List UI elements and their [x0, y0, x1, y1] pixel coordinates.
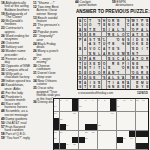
- grid-cell[interactable]: [72, 131, 78, 137]
- grid-cell: T: [145, 46, 149, 50]
- grid-cell[interactable]: [91, 105, 97, 111]
- grid-cell[interactable]: [104, 131, 110, 137]
- cell-letter: A: [102, 46, 106, 50]
- grid-cell: 15T: [97, 22, 101, 26]
- grid-cell: A: [102, 46, 106, 50]
- grid-cell[interactable]: [60, 105, 66, 111]
- grid-cell: S: [145, 32, 149, 36]
- cell-letter: A: [140, 27, 144, 31]
- cell-number: 28: [85, 137, 87, 139]
- grid-cell: R: [140, 70, 144, 74]
- grid-cell[interactable]: [104, 124, 110, 130]
- clue-number: 20: [1, 19, 6, 23]
- website-url: crosswordsoftheday.com: [78, 91, 137, 94]
- cell-number: 21: [66, 124, 68, 126]
- black-cell: [97, 32, 101, 36]
- clue-number: 44: [75, 0, 80, 3]
- grid-cell[interactable]: [85, 105, 91, 111]
- clue: 40 Kazakhstan, once: Abbr.: [1, 83, 32, 90]
- black-cell: [60, 143, 66, 149]
- cell-letter: R: [116, 22, 120, 26]
- grid-cell: 24C: [126, 32, 130, 36]
- clue-number: 42: [1, 94, 6, 98]
- grid-cell[interactable]: [98, 137, 104, 143]
- grid-cell[interactable]: [136, 124, 142, 130]
- clue: 36 Willy with a chocolate factory: [1, 72, 32, 79]
- black-cell: [102, 56, 106, 60]
- grid-cell: R: [116, 22, 120, 26]
- clue-number: 18: [1, 1, 6, 5]
- answer-heading: ANSWER TO PREVIOUS PUZZLE:: [76, 9, 150, 14]
- cell-letter: E: [116, 51, 120, 55]
- grid-cell[interactable]: 2: [60, 99, 66, 105]
- grid-cell[interactable]: [117, 131, 123, 137]
- cell-letter: N: [145, 75, 149, 79]
- grid-cell[interactable]: [79, 112, 85, 118]
- grid-cell: A: [83, 37, 87, 41]
- grid-cell: A: [102, 51, 106, 55]
- grid-cell[interactable]: [72, 118, 78, 124]
- grid-cell: D: [83, 75, 87, 79]
- grid-cell[interactable]: [136, 105, 142, 111]
- black-cell: [97, 56, 101, 60]
- grid-cell: L: [102, 65, 106, 69]
- cell-letter: C: [126, 32, 130, 36]
- grid-cell[interactable]: 21: [66, 124, 72, 130]
- grid-cell: O: [97, 70, 101, 74]
- grid-cell[interactable]: [60, 137, 66, 143]
- cell-letter: S: [78, 32, 82, 36]
- grid-cell: E: [83, 70, 87, 74]
- puzzle-date: 12/9/15: [137, 91, 148, 94]
- grid-cell: R: [92, 32, 96, 36]
- clue: 18 Alphabetically first of the acting Ba…: [1, 1, 32, 11]
- cell-letter: A: [78, 46, 82, 50]
- grid-cell[interactable]: [104, 112, 110, 118]
- black-cell: [85, 124, 91, 130]
- cell-number: 14: [54, 105, 56, 107]
- clue-number: 31: [33, 71, 38, 75]
- grid-cell[interactable]: [110, 124, 116, 130]
- cell-letter: S: [116, 46, 120, 50]
- cell-number: 30: [130, 137, 132, 139]
- grid-cell[interactable]: [142, 124, 148, 130]
- grid-cell[interactable]: [142, 105, 148, 111]
- cell-letter: O: [88, 22, 92, 26]
- cell-letter: E: [121, 84, 125, 88]
- cell-letter: O: [116, 37, 120, 41]
- black-cell: [142, 143, 148, 149]
- grid-cell: L: [116, 27, 120, 31]
- cell-letter: S: [78, 84, 82, 88]
- black-cell: [142, 131, 148, 137]
- black-cell: [121, 18, 125, 22]
- clue-fragment-down-59: 59 ESPN destinations: [112, 0, 139, 7]
- grid-cell: L: [145, 27, 149, 31]
- grid-cell[interactable]: [98, 112, 104, 118]
- grid-cell: R: [145, 56, 149, 60]
- cell-number: 32: [73, 143, 75, 145]
- cell-letter: L: [102, 65, 106, 69]
- clue: 57 Fruit-flavored hard candies: [1, 125, 32, 132]
- clue-number: 21: [33, 23, 38, 27]
- grid-cell[interactable]: 10: [123, 99, 129, 105]
- grid-cell: L: [116, 32, 120, 36]
- clue: 59 "You hurt?" reply: [1, 136, 32, 139]
- cell-letter: L: [116, 27, 120, 31]
- cell-letter: E: [107, 65, 111, 69]
- clue-number: 23: [1, 26, 6, 30]
- cell-number: 5: [85, 99, 86, 101]
- grid-cell[interactable]: 3: [66, 99, 72, 105]
- grid-cell[interactable]: 19: [110, 112, 116, 118]
- grid-cell: O: [140, 56, 144, 60]
- grid-cell: L: [97, 51, 101, 55]
- cell-number: 25: [85, 131, 87, 133]
- grid-cell[interactable]: [123, 105, 129, 111]
- cell-number: 27: [54, 137, 56, 139]
- cell-letter: L: [116, 32, 120, 36]
- cell-number: 19: [111, 112, 113, 114]
- cell-letter: R: [145, 56, 149, 60]
- grid-cell[interactable]: [117, 118, 123, 124]
- grid-cell: 57A: [121, 75, 125, 79]
- grid-cell[interactable]: [129, 118, 135, 124]
- grid-cell[interactable]: 15: [79, 105, 85, 111]
- grid-cell[interactable]: 26: [91, 131, 97, 137]
- grid-cell: 55E: [78, 75, 82, 79]
- clue-number: 24: [33, 41, 38, 45]
- clue: 20 McDonald's freebies: [1, 19, 32, 26]
- grid-cell: 34S: [116, 46, 120, 50]
- black-cell: [91, 124, 97, 130]
- grid-cell: M: [126, 41, 130, 45]
- grid-cell: E: [121, 84, 125, 88]
- clue-number: 36: [33, 100, 38, 104]
- grid-cell[interactable]: [85, 112, 91, 118]
- grid-cell[interactable]: [123, 124, 129, 130]
- black-cell: [110, 99, 116, 105]
- cell-letter: P: [83, 56, 87, 60]
- grid-cell[interactable]: 12: [136, 99, 142, 105]
- grid-cell: S: [116, 75, 120, 79]
- clue: 48 Scramble, as a secret message: [1, 110, 32, 117]
- cell-number: 20: [60, 118, 62, 120]
- grid-cell[interactable]: [66, 105, 72, 111]
- cell-letter: N: [83, 27, 87, 31]
- grid-cell[interactable]: [98, 131, 104, 137]
- clue-number: 19: [1, 11, 6, 15]
- grid-cell[interactable]: [104, 143, 110, 149]
- grid-cell: T: [135, 51, 139, 55]
- cell-number: 6: [92, 99, 93, 101]
- black-cell: [97, 27, 101, 31]
- grid-cell[interactable]: [79, 131, 85, 137]
- grid-cell: 53T: [116, 70, 120, 74]
- cell-letter: E: [83, 70, 87, 74]
- grid-cell: N: [145, 75, 149, 79]
- clue-number: 43: [1, 102, 6, 106]
- clue-number: 40: [1, 83, 6, 87]
- cell-number: 22: [98, 124, 100, 126]
- cell-letter: T: [83, 84, 87, 88]
- cell-number: 8: [104, 99, 105, 101]
- grid-cell[interactable]: [104, 137, 110, 143]
- grid-cell[interactable]: [117, 124, 123, 130]
- grid-cell: R: [126, 65, 130, 69]
- newspaper-crossword-page: { "game": "crossword", "clues": { "acros…: [0, 0, 150, 150]
- grid-cell[interactable]: 13: [142, 99, 148, 105]
- clue-number: 26: [1, 34, 6, 38]
- cell-letter: R: [140, 70, 144, 74]
- grid-cell[interactable]: [91, 137, 97, 143]
- cell-letter: G: [140, 22, 144, 26]
- grid-cell[interactable]: [129, 112, 135, 118]
- cell-letter: S: [102, 75, 106, 79]
- grid-cell[interactable]: [123, 143, 129, 149]
- grid-cell[interactable]: [85, 118, 91, 124]
- grid-cell: E: [145, 84, 149, 88]
- clue-number: 35: [33, 86, 38, 90]
- grid-cell[interactable]: [129, 124, 135, 130]
- grid-cell: 32S: [121, 41, 125, 45]
- grid-cell[interactable]: 27: [54, 137, 60, 143]
- grid-cell[interactable]: [98, 143, 104, 149]
- grid-cell[interactable]: [91, 112, 97, 118]
- cell-number: 2: [60, 99, 61, 101]
- puzzle-grid: 1234567891011121314151617181920212223242…: [53, 98, 149, 150]
- grid-cell: 37M: [121, 51, 125, 55]
- grid-cell[interactable]: 30: [129, 137, 135, 143]
- cell-letter: L: [145, 27, 149, 31]
- cell-number: 10: [123, 99, 125, 101]
- grid-cell: E: [145, 70, 149, 74]
- grid-cell[interactable]: [66, 131, 72, 137]
- grid-cell[interactable]: [129, 143, 135, 149]
- cell-letter: O: [97, 70, 101, 74]
- grid-cell[interactable]: 32: [72, 143, 78, 149]
- grid-cell: 64S: [78, 84, 82, 88]
- grid-cell: 39S: [78, 56, 82, 60]
- clue: 44 Cockpit panel button: [75, 0, 97, 7]
- grid-cell: 38E: [126, 51, 130, 55]
- grid-cell: N: [83, 65, 87, 69]
- clue: 24 Black Friday deals: [33, 42, 62, 49]
- cell-letter: E: [126, 51, 130, 55]
- grid-cell[interactable]: [129, 105, 135, 111]
- clue: 42 Prankster's favorite month: [1, 95, 32, 102]
- grid-cell: C: [97, 46, 101, 50]
- black-cell: [54, 118, 60, 124]
- grid-cell: 25P: [78, 37, 82, 41]
- grid-cell[interactable]: [104, 105, 110, 111]
- cell-letter: E: [83, 32, 87, 36]
- grid-cell[interactable]: [79, 143, 85, 149]
- grid-cell: 50Y: [145, 65, 149, 69]
- grid-cell[interactable]: 14: [54, 105, 60, 111]
- clue: 27 "... worst enemy": [33, 57, 62, 64]
- grid-cell: E: [116, 51, 120, 55]
- grid-cell[interactable]: [136, 137, 142, 143]
- cell-letter: E: [116, 61, 120, 65]
- clue: 59 ESPN destinations: [112, 0, 139, 7]
- clue: 26 Many a punch line: [33, 49, 62, 56]
- cell-number: 13: [142, 99, 144, 101]
- cell-number: 18: [73, 112, 75, 114]
- cell-letter: O: [140, 56, 144, 60]
- clue-number: 30: [33, 64, 38, 68]
- grid-cell: E: [92, 75, 96, 79]
- black-cell: [126, 70, 130, 74]
- cell-letter: O: [121, 65, 125, 69]
- grid-cell[interactable]: [136, 112, 142, 118]
- grid-cell: R: [126, 84, 130, 88]
- grid-cell[interactable]: [142, 137, 148, 143]
- clue: 13 Beach sandal feature: [33, 16, 62, 23]
- grid-cell: 47E: [107, 65, 111, 69]
- cell-number: 23: [54, 131, 56, 133]
- grid-cell[interactable]: 20: [60, 118, 66, 124]
- grid-cell[interactable]: 6: [91, 99, 97, 105]
- grid-cell: D: [97, 84, 101, 88]
- cell-letter: A: [121, 56, 125, 60]
- cell-number: 4: [79, 99, 80, 101]
- cell-letter: E: [78, 75, 82, 79]
- grid-cell: 16C: [126, 22, 130, 26]
- grid-cell: N: [83, 27, 87, 31]
- grid-cell[interactable]: [117, 112, 123, 118]
- grid-cell[interactable]: 31: [66, 143, 72, 149]
- grid-cell[interactable]: 18: [72, 112, 78, 118]
- grid-cell: R: [92, 56, 96, 60]
- grid-cell: A: [140, 27, 144, 31]
- grid-cell[interactable]: [110, 118, 116, 124]
- answer-grid: 1A2C3T4S5H6O7R8E9S10W11I12P13E14LOO15TEN…: [77, 17, 150, 90]
- grid-cell[interactable]: [79, 118, 85, 124]
- grid-cell[interactable]: [72, 124, 78, 130]
- cell-letter: D: [83, 75, 87, 79]
- grid-cell[interactable]: [117, 143, 123, 149]
- grid-cell[interactable]: 5: [85, 99, 91, 105]
- grid-cell[interactable]: [136, 118, 142, 124]
- grid-cell[interactable]: [142, 118, 148, 124]
- clue-number: 48: [1, 109, 6, 113]
- cell-letter: L: [126, 56, 130, 60]
- grid-cell: 28O: [116, 37, 120, 41]
- cell-letter: Y: [145, 65, 149, 69]
- grid-cell: O: [121, 32, 125, 36]
- grid-cell: T: [97, 65, 101, 69]
- black-cell: [60, 124, 66, 130]
- cell-letter: T: [116, 70, 120, 74]
- grid-cell[interactable]: [142, 112, 148, 118]
- grid-cell[interactable]: [123, 118, 129, 124]
- black-cell: [126, 75, 130, 79]
- grid-cell[interactable]: [79, 124, 85, 130]
- grid-cell[interactable]: 24: [60, 131, 66, 137]
- grid-cell: A: [121, 56, 125, 60]
- cell-letter: E: [92, 75, 96, 79]
- grid-cell: 48O: [121, 65, 125, 69]
- grid-cell[interactable]: [104, 118, 110, 124]
- cell-letter: D: [97, 84, 101, 88]
- grid-cell[interactable]: [110, 131, 116, 137]
- clue-number: 12: [33, 4, 38, 8]
- grid-cell[interactable]: [123, 112, 129, 118]
- clue: 34 New Orleans cuisine: [33, 79, 62, 86]
- cell-letter: T: [97, 65, 101, 69]
- grid-cell[interactable]: [85, 143, 91, 149]
- grid-cell[interactable]: 8: [104, 99, 110, 105]
- cell-letter: R: [92, 56, 96, 60]
- cell-letter: M: [121, 51, 125, 55]
- cell-number: 26: [92, 131, 94, 133]
- black-cell: [54, 143, 60, 149]
- cell-letter: P: [78, 37, 82, 41]
- grid-cell: 19D: [102, 27, 106, 31]
- cell-number: 17: [54, 112, 56, 114]
- cell-number: 15: [79, 105, 81, 107]
- site-line: crosswordsoftheday.com 12/9/15: [78, 91, 149, 94]
- clue-number: 27: [33, 56, 38, 60]
- cell-letter: E: [140, 32, 144, 36]
- grid-cell[interactable]: [110, 143, 116, 149]
- grid-cell[interactable]: 29: [123, 137, 129, 143]
- clue-number: 31: [1, 56, 6, 60]
- grid-cell: E: [140, 75, 144, 79]
- grid-cell: T: [83, 84, 87, 88]
- grid-cell: Y: [140, 84, 144, 88]
- cell-letter: A: [83, 37, 87, 41]
- grid-cell[interactable]: [110, 137, 116, 143]
- grid-cell: O: [145, 22, 149, 26]
- clue: 30 Maiden name preceder: [1, 49, 32, 56]
- grid-cell: E: [116, 84, 120, 88]
- clue-number: 13: [33, 15, 38, 19]
- grid-cell[interactable]: 11: [129, 99, 135, 105]
- grid-cell[interactable]: [91, 118, 97, 124]
- black-cell: [136, 143, 142, 149]
- cell-letter: S: [121, 27, 125, 31]
- cell-number: 16: [117, 105, 119, 107]
- grid-cell[interactable]: 28: [85, 137, 91, 143]
- cell-letter: M: [126, 41, 130, 45]
- grid-cell[interactable]: 17: [54, 112, 60, 118]
- grid-cell[interactable]: [66, 112, 72, 118]
- black-cell: [102, 84, 106, 88]
- grid-cell[interactable]: [98, 105, 104, 111]
- cell-letter: T: [145, 46, 149, 50]
- grid-cell[interactable]: 16: [117, 105, 123, 111]
- cell-letter: T: [135, 51, 139, 55]
- clue-number: 34: [33, 79, 38, 83]
- black-cell: [136, 131, 142, 137]
- grid-cell[interactable]: 22: [98, 124, 104, 130]
- black-cell: [72, 99, 78, 105]
- grid-cell: 49R: [140, 65, 144, 69]
- cell-letter: E: [92, 27, 96, 31]
- clue-column-across: 18 Alphabetically first of the acting Ba…: [1, 1, 32, 140]
- grid-cell[interactable]: [91, 143, 97, 149]
- cell-number: 31: [66, 143, 68, 145]
- cell-letter: D: [83, 46, 87, 50]
- cell-letter: I: [140, 46, 144, 50]
- cell-letter: T: [97, 22, 101, 26]
- grid-cell: 22S: [78, 32, 82, 36]
- grid-cell[interactable]: 7: [98, 99, 104, 105]
- cell-letter: C: [116, 56, 120, 60]
- black-cell: [72, 105, 78, 111]
